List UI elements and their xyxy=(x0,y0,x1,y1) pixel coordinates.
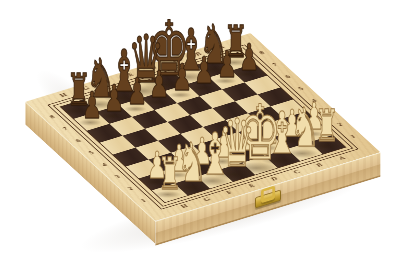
square-g1[interactable] xyxy=(174,177,210,196)
file-label-back-C: C xyxy=(172,59,181,64)
square-h2[interactable] xyxy=(139,172,175,191)
square-f1[interactable] xyxy=(197,170,233,189)
file-label-back-A: A xyxy=(217,45,226,50)
square-b2[interactable] xyxy=(274,130,310,149)
chess-board: HH88GG77FF66EE55DD44CC33BB22AA11 xyxy=(25,33,380,221)
square-d2[interactable] xyxy=(229,144,265,163)
rank-label-right-7: 7 xyxy=(272,63,279,68)
square-h1[interactable] xyxy=(152,183,188,202)
rank-label-right-3: 3 xyxy=(324,110,331,115)
square-e3[interactable] xyxy=(193,139,229,158)
square-f3[interactable] xyxy=(171,146,207,165)
file-label-front-H: H xyxy=(180,204,189,209)
square-g2[interactable] xyxy=(161,165,197,184)
rank-label-left-1: 1 xyxy=(140,198,147,203)
file-label-front-B: B xyxy=(315,163,324,168)
file-label-back-D: D xyxy=(149,65,158,70)
rank-label-right-6: 6 xyxy=(285,75,292,80)
square-e4[interactable] xyxy=(180,127,216,146)
square-d3[interactable] xyxy=(216,132,252,151)
square-g3[interactable] xyxy=(148,153,184,172)
rank-label-left-7: 7 xyxy=(62,127,69,132)
rank-label-left-2: 2 xyxy=(127,187,134,192)
file-label-back-E: E xyxy=(127,72,136,77)
rank-label-right-1: 1 xyxy=(350,134,357,139)
square-a1[interactable] xyxy=(310,135,346,154)
square-c1[interactable] xyxy=(265,149,301,168)
brass-clasp-icon xyxy=(255,189,281,208)
file-label-front-F: F xyxy=(226,190,234,195)
rank-label-left-8: 8 xyxy=(49,115,56,120)
square-c3[interactable] xyxy=(239,125,275,144)
square-h5[interactable] xyxy=(100,136,136,155)
rank-label-right-2: 2 xyxy=(337,122,344,127)
rank-label-left-6: 6 xyxy=(75,139,82,144)
square-h3[interactable] xyxy=(126,160,162,179)
square-h4[interactable] xyxy=(113,148,149,167)
file-label-front-D: D xyxy=(270,176,279,181)
file-label-back-B: B xyxy=(194,52,203,57)
square-c2[interactable] xyxy=(252,137,288,156)
chess-set-photo: HH88GG77FF66EE55DD44CC33BB22AA11 ♜♞♝♚♛♝♞… xyxy=(0,0,400,257)
rank-label-right-4: 4 xyxy=(311,99,318,104)
file-label-back-G: G xyxy=(82,86,91,91)
file-label-front-E: E xyxy=(248,183,257,188)
file-label-back-H: H xyxy=(59,93,68,98)
rank-label-right-8: 8 xyxy=(259,51,266,56)
square-e1[interactable] xyxy=(219,163,255,182)
file-label-front-G: G xyxy=(203,197,212,202)
rank-label-left-4: 4 xyxy=(101,163,108,168)
file-label-front-A: A xyxy=(338,156,347,161)
square-g4[interactable] xyxy=(135,141,171,160)
square-e2[interactable] xyxy=(206,151,242,170)
file-label-back-F: F xyxy=(105,79,113,84)
rank-label-right-5: 5 xyxy=(298,87,305,92)
file-label-front-C: C xyxy=(293,170,302,175)
rank-label-left-3: 3 xyxy=(114,175,121,180)
square-f2[interactable] xyxy=(184,158,220,177)
square-d1[interactable] xyxy=(242,156,278,175)
square-g5[interactable] xyxy=(122,129,158,148)
rank-label-left-5: 5 xyxy=(88,151,95,156)
square-f4[interactable] xyxy=(158,134,194,153)
square-b1[interactable] xyxy=(287,142,323,161)
